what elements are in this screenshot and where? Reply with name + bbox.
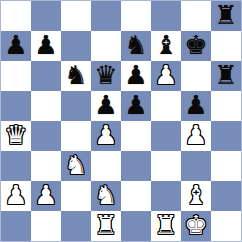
piece-black-king[interactable]: ♚ <box>184 31 207 60</box>
square-c4[interactable] <box>61 121 91 151</box>
square-a5[interactable] <box>1 91 31 121</box>
piece-white-bishop[interactable]: ♝ <box>184 181 207 210</box>
square-d6[interactable]: ♛ <box>91 61 121 91</box>
piece-white-pawn[interactable]: ♟ <box>184 121 207 150</box>
square-g4[interactable]: ♟ <box>181 121 211 151</box>
square-g2[interactable]: ♝ <box>181 181 211 211</box>
square-f3[interactable] <box>151 151 181 181</box>
piece-black-pawn[interactable]: ♟ <box>4 31 27 60</box>
square-f8[interactable] <box>151 1 181 31</box>
piece-black-knight[interactable]: ♞ <box>124 31 147 60</box>
piece-white-pawn[interactable]: ♟ <box>154 61 177 90</box>
square-f1[interactable]: ♜ <box>151 211 181 241</box>
piece-black-pawn[interactable]: ♟ <box>94 91 117 120</box>
piece-black-pawn[interactable]: ♟ <box>124 61 147 90</box>
square-e8[interactable] <box>121 1 151 31</box>
square-f2[interactable] <box>151 181 181 211</box>
square-c2[interactable] <box>61 181 91 211</box>
square-h6[interactable]: ♜ <box>211 61 241 91</box>
square-a8[interactable] <box>1 1 31 31</box>
square-e4[interactable] <box>121 121 151 151</box>
square-a2[interactable]: ♟ <box>1 181 31 211</box>
piece-black-pawn[interactable]: ♟ <box>124 91 147 120</box>
piece-white-knight[interactable]: ♞ <box>64 151 87 180</box>
square-e6[interactable]: ♟ <box>121 61 151 91</box>
piece-black-bishop[interactable]: ♝ <box>154 31 177 60</box>
piece-white-rook[interactable]: ♜ <box>94 211 117 240</box>
square-g8[interactable] <box>181 1 211 31</box>
piece-black-pawn[interactable]: ♟ <box>34 31 57 60</box>
piece-black-knight[interactable]: ♞ <box>64 61 87 90</box>
square-h4[interactable] <box>211 121 241 151</box>
piece-black-rook[interactable]: ♜ <box>214 1 237 30</box>
square-d4[interactable]: ♟ <box>91 121 121 151</box>
piece-white-pawn[interactable]: ♟ <box>34 181 57 210</box>
piece-white-pawn[interactable]: ♟ <box>4 181 27 210</box>
square-c6[interactable]: ♞ <box>61 61 91 91</box>
square-e5[interactable]: ♟ <box>121 91 151 121</box>
square-e7[interactable]: ♞ <box>121 31 151 61</box>
square-f7[interactable]: ♝ <box>151 31 181 61</box>
piece-white-pawn[interactable]: ♟ <box>94 121 117 150</box>
square-h2[interactable] <box>211 181 241 211</box>
square-d5[interactable]: ♟ <box>91 91 121 121</box>
piece-black-queen[interactable]: ♛ <box>94 61 117 90</box>
square-d8[interactable] <box>91 1 121 31</box>
square-g1[interactable]: ♚ <box>181 211 211 241</box>
square-d2[interactable]: ♞ <box>91 181 121 211</box>
square-a3[interactable] <box>1 151 31 181</box>
square-c7[interactable] <box>61 31 91 61</box>
piece-white-queen[interactable]: ♛ <box>4 121 27 150</box>
square-e2[interactable] <box>121 181 151 211</box>
square-b4[interactable] <box>31 121 61 151</box>
square-e3[interactable] <box>121 151 151 181</box>
square-c3[interactable]: ♞ <box>61 151 91 181</box>
square-h5[interactable] <box>211 91 241 121</box>
square-c8[interactable] <box>61 1 91 31</box>
square-f5[interactable] <box>151 91 181 121</box>
square-g7[interactable]: ♚ <box>181 31 211 61</box>
chess-board: ♜♟♟♞♝♚♞♛♟♟♜♟♟♟♛♟♟♞♟♟♞♝♜♜♚ <box>0 0 242 242</box>
square-d1[interactable]: ♜ <box>91 211 121 241</box>
square-d7[interactable] <box>91 31 121 61</box>
square-b2[interactable]: ♟ <box>31 181 61 211</box>
square-h1[interactable] <box>211 211 241 241</box>
square-c5[interactable] <box>61 91 91 121</box>
piece-white-rook[interactable]: ♜ <box>154 211 177 240</box>
square-a4[interactable]: ♛ <box>1 121 31 151</box>
square-b7[interactable]: ♟ <box>31 31 61 61</box>
square-b3[interactable] <box>31 151 61 181</box>
piece-white-king[interactable]: ♚ <box>184 211 207 240</box>
square-f6[interactable]: ♟ <box>151 61 181 91</box>
piece-white-knight[interactable]: ♞ <box>94 181 117 210</box>
square-g5[interactable]: ♟ <box>181 91 211 121</box>
square-h7[interactable] <box>211 31 241 61</box>
square-b6[interactable] <box>31 61 61 91</box>
square-g6[interactable] <box>181 61 211 91</box>
square-b1[interactable] <box>31 211 61 241</box>
piece-black-pawn[interactable]: ♟ <box>184 91 207 120</box>
square-a6[interactable] <box>1 61 31 91</box>
piece-black-rook[interactable]: ♜ <box>214 61 237 90</box>
square-a1[interactable] <box>1 211 31 241</box>
square-h3[interactable] <box>211 151 241 181</box>
square-d3[interactable] <box>91 151 121 181</box>
square-g3[interactable] <box>181 151 211 181</box>
square-h8[interactable]: ♜ <box>211 1 241 31</box>
square-c1[interactable] <box>61 211 91 241</box>
square-b5[interactable] <box>31 91 61 121</box>
square-b8[interactable] <box>31 1 61 31</box>
square-a7[interactable]: ♟ <box>1 31 31 61</box>
square-f4[interactable] <box>151 121 181 151</box>
square-e1[interactable] <box>121 211 151 241</box>
